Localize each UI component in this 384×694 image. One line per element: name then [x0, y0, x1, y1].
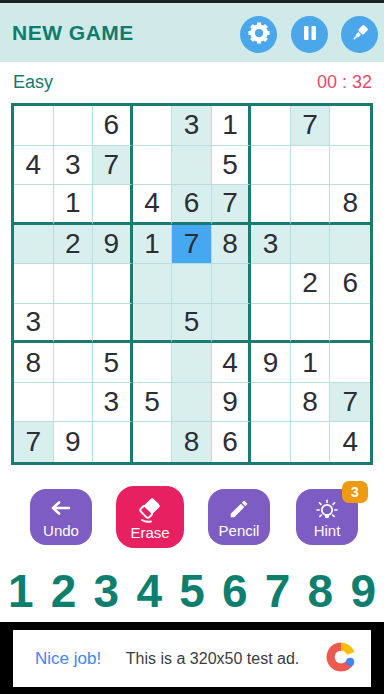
pencil-button[interactable]: Pencil: [208, 489, 270, 545]
cell-r1c6[interactable]: 1: [212, 106, 252, 146]
cell-r1c3[interactable]: 6: [93, 106, 133, 146]
cell-r2c9[interactable]: [330, 146, 370, 186]
erase-label: Erase: [116, 524, 184, 541]
cell-r9c7[interactable]: [251, 422, 291, 462]
cell-r7c9[interactable]: [330, 343, 370, 383]
cell-r4c2[interactable]: 2: [54, 225, 94, 265]
cell-r9c9[interactable]: 4: [330, 422, 370, 462]
cell-r4c9[interactable]: [330, 225, 370, 265]
header: NEW GAME: [0, 3, 384, 62]
cell-r3c8[interactable]: [291, 185, 331, 225]
hint-label: Hint: [296, 522, 358, 539]
cell-r3c2[interactable]: 1: [54, 185, 94, 225]
cell-r1c1[interactable]: [14, 106, 54, 146]
cell-r9c4[interactable]: [133, 422, 173, 462]
cell-r8c8[interactable]: 8: [291, 383, 331, 423]
cell-r1c8[interactable]: 7: [291, 106, 331, 146]
cell-r6c7[interactable]: [251, 304, 291, 344]
ad-bar: Nice job! This is a 320x50 test ad.: [0, 622, 384, 694]
erase-button[interactable]: Erase: [116, 486, 184, 548]
paintbrush-icon: [350, 23, 370, 47]
ad-text: This is a 320x50 test ad.: [101, 650, 324, 668]
gear-icon: [248, 22, 270, 48]
cell-r8c4[interactable]: 5: [133, 383, 173, 423]
cell-r5c6[interactable]: [212, 264, 252, 304]
cell-r4c6[interactable]: 8: [212, 225, 252, 265]
cell-r2c7[interactable]: [251, 146, 291, 186]
cell-r7c3[interactable]: 5: [93, 343, 133, 383]
cell-r7c5[interactable]: [172, 343, 212, 383]
cell-r4c8[interactable]: [291, 225, 331, 265]
cell-r2c3[interactable]: 7: [93, 146, 133, 186]
cell-r8c9[interactable]: 7: [330, 383, 370, 423]
timer: 00 : 32: [317, 72, 372, 93]
cell-r3c7[interactable]: [251, 185, 291, 225]
cell-r9c3[interactable]: [93, 422, 133, 462]
cell-r4c3[interactable]: 9: [93, 225, 133, 265]
cell-r6c5[interactable]: 5: [172, 304, 212, 344]
cell-r7c7[interactable]: 9: [251, 343, 291, 383]
cell-r1c2[interactable]: [54, 106, 94, 146]
numpad-key-9[interactable]: 9: [350, 564, 376, 618]
numpad-key-6[interactable]: 6: [222, 564, 248, 618]
cell-r2c6[interactable]: 5: [212, 146, 252, 186]
sudoku-board: 63174375146782917832635854913598779864: [11, 103, 373, 465]
cell-r1c9[interactable]: [330, 106, 370, 146]
cell-r9c2[interactable]: 9: [54, 422, 94, 462]
undo-button[interactable]: Undo: [30, 489, 92, 545]
cell-r3c3[interactable]: [93, 185, 133, 225]
cell-r6c6[interactable]: [212, 304, 252, 344]
cell-r6c3[interactable]: [93, 304, 133, 344]
cell-r2c5[interactable]: [172, 146, 212, 186]
cell-r8c6[interactable]: 9: [212, 383, 252, 423]
cell-r3c1[interactable]: [14, 185, 54, 225]
cell-r8c1[interactable]: [14, 383, 54, 423]
cell-r6c8[interactable]: [291, 304, 331, 344]
cell-r7c1[interactable]: 8: [14, 343, 54, 383]
ad-cta-link[interactable]: Nice job!: [35, 649, 101, 669]
cell-r3c6[interactable]: 7: [212, 185, 252, 225]
cell-r7c4[interactable]: [133, 343, 173, 383]
cell-r5c2[interactable]: [54, 264, 94, 304]
cell-r2c8[interactable]: [291, 146, 331, 186]
admob-logo-icon: [324, 640, 358, 678]
cell-r9c5[interactable]: 8: [172, 422, 212, 462]
difficulty-label: Easy: [13, 72, 53, 93]
page-title: NEW GAME: [12, 21, 134, 45]
cell-r3c9[interactable]: 8: [330, 185, 370, 225]
cell-r5c8[interactable]: 2: [291, 264, 331, 304]
cell-r8c5[interactable]: [172, 383, 212, 423]
pause-button[interactable]: [291, 16, 328, 53]
cell-r8c2[interactable]: [54, 383, 94, 423]
cell-r5c4[interactable]: [133, 264, 173, 304]
numpad-key-8[interactable]: 8: [308, 564, 334, 618]
cell-r4c1[interactable]: [14, 225, 54, 265]
numpad-key-5[interactable]: 5: [179, 564, 205, 618]
numpad-key-2[interactable]: 2: [51, 564, 77, 618]
cell-r2c4[interactable]: [133, 146, 173, 186]
app-frame: NEW GAME: [0, 0, 384, 694]
undo-label: Undo: [30, 522, 92, 539]
numpad-key-4[interactable]: 4: [136, 564, 162, 618]
cell-r1c7[interactable]: [251, 106, 291, 146]
pause-icon: [301, 24, 319, 46]
cell-r2c1[interactable]: 4: [14, 146, 54, 186]
cell-r4c5[interactable]: 7: [172, 225, 212, 265]
hint-count-badge: 3: [342, 481, 368, 503]
cell-r9c1[interactable]: 7: [14, 422, 54, 462]
cell-r3c4[interactable]: 4: [133, 185, 173, 225]
numpad-key-7[interactable]: 7: [265, 564, 291, 618]
cell-r5c7[interactable]: [251, 264, 291, 304]
cell-r6c1[interactable]: 3: [14, 304, 54, 344]
cell-r5c1[interactable]: [14, 264, 54, 304]
cell-r3c5[interactable]: 6: [172, 185, 212, 225]
numpad-key-1[interactable]: 1: [8, 564, 34, 618]
pencil-label: Pencil: [208, 522, 270, 539]
hint-button[interactable]: 3 Hint: [296, 489, 358, 545]
cell-r4c7[interactable]: 3: [251, 225, 291, 265]
cell-r1c5[interactable]: 3: [172, 106, 212, 146]
cell-r6c9[interactable]: [330, 304, 370, 344]
cell-r4c4[interactable]: 1: [133, 225, 173, 265]
cell-r8c3[interactable]: 3: [93, 383, 133, 423]
cell-r2c2[interactable]: 3: [54, 146, 94, 186]
cell-r5c5[interactable]: [172, 264, 212, 304]
cell-r5c9[interactable]: 6: [330, 264, 370, 304]
settings-button[interactable]: [240, 16, 277, 53]
theme-button[interactable]: [341, 16, 378, 53]
cell-r8c7[interactable]: [251, 383, 291, 423]
cell-r7c2[interactable]: [54, 343, 94, 383]
cell-r7c8[interactable]: 1: [291, 343, 331, 383]
cell-r9c6[interactable]: 6: [212, 422, 252, 462]
ad-banner[interactable]: Nice job! This is a 320x50 test ad.: [13, 630, 371, 687]
numpad-key-3[interactable]: 3: [94, 564, 120, 618]
cell-r7c6[interactable]: 4: [212, 343, 252, 383]
cell-r6c4[interactable]: [133, 304, 173, 344]
number-pad: 123456789: [8, 564, 376, 618]
cell-r9c8[interactable]: [291, 422, 331, 462]
sub-header: Easy 00 : 32: [0, 62, 384, 102]
cell-r6c2[interactable]: [54, 304, 94, 344]
cell-r1c4[interactable]: [133, 106, 173, 146]
cell-r5c3[interactable]: [93, 264, 133, 304]
